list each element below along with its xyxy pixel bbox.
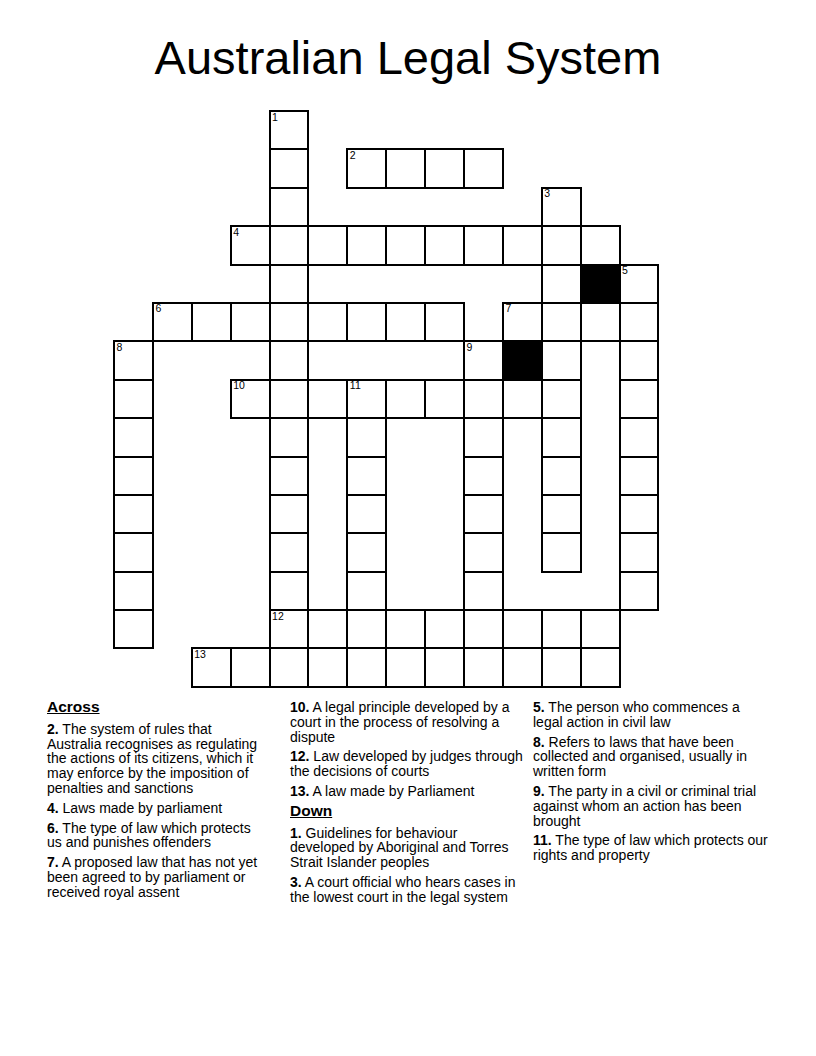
grid-cell[interactable] <box>503 380 542 418</box>
clue-item: 9. The party in a civil or criminal tria… <box>533 784 773 828</box>
grid-cell[interactable] <box>192 303 231 341</box>
grid-cell[interactable]: 7 <box>503 303 542 341</box>
grid-cell[interactable] <box>347 610 386 648</box>
clues-column-3: 5. The person who commences a legal acti… <box>533 700 773 868</box>
crossword-page: Australian Legal System 1234567891011121… <box>0 0 816 1056</box>
clue-item: 2. The system of rules that Australia re… <box>47 722 266 796</box>
clue-item: 4. Laws made by parliament <box>47 801 266 816</box>
grid-cell[interactable] <box>503 648 542 686</box>
grid-cell[interactable] <box>464 457 503 495</box>
grid-cell[interactable] <box>347 533 386 571</box>
grid-cell[interactable] <box>347 572 386 610</box>
grid-cell[interactable]: 8 <box>114 341 153 379</box>
grid-cell[interactable] <box>425 380 464 418</box>
clue-item: 12. Law developed by judges through the … <box>290 749 523 779</box>
blocked-cell <box>581 265 620 303</box>
grid-cell[interactable] <box>620 572 659 610</box>
grid-cell[interactable]: 2 <box>347 149 386 187</box>
grid-cell[interactable] <box>347 418 386 456</box>
grid-cell[interactable] <box>464 533 503 571</box>
clue-item-number: 5. <box>533 699 545 715</box>
grid-cell[interactable] <box>503 610 542 648</box>
grid-cell[interactable] <box>542 533 581 571</box>
grid-cell[interactable] <box>542 265 581 303</box>
grid-cell[interactable] <box>542 380 581 418</box>
grid-cell[interactable] <box>464 149 503 187</box>
clue-number: 5 <box>622 265 628 276</box>
grid-cell[interactable] <box>231 648 270 686</box>
grid-cell[interactable] <box>386 380 425 418</box>
grid-cell[interactable] <box>542 341 581 379</box>
grid-cell[interactable] <box>270 533 309 571</box>
grid-cell[interactable] <box>542 226 581 264</box>
clue-item-number: 2. <box>47 721 59 737</box>
clue-number: 12 <box>272 611 284 622</box>
clue-item-number: 12. <box>290 748 309 764</box>
grid-cell[interactable] <box>425 648 464 686</box>
grid-cell[interactable] <box>464 380 503 418</box>
grid-cell[interactable] <box>542 648 581 686</box>
grid-cell[interactable] <box>581 610 620 648</box>
grid-cell[interactable] <box>620 495 659 533</box>
clue-item-number: 11. <box>533 832 552 848</box>
grid-cell[interactable] <box>542 495 581 533</box>
grid-cell[interactable] <box>270 303 309 341</box>
grid-cell[interactable] <box>270 380 309 418</box>
grid-cell[interactable] <box>270 226 309 264</box>
clue-number: 11 <box>350 380 361 391</box>
grid-cell[interactable] <box>270 265 309 303</box>
clue-item-number: 1. <box>290 825 302 841</box>
clue-number: 3 <box>544 188 550 199</box>
grid-cell[interactable] <box>308 610 347 648</box>
clue-item-number: 10. <box>290 699 309 715</box>
grid-cell[interactable] <box>270 418 309 456</box>
clue-item-number: 8. <box>533 734 545 750</box>
clue-item: 10. A legal principle developed by a cou… <box>290 700 523 744</box>
grid-cell[interactable] <box>464 648 503 686</box>
clue-number: 2 <box>350 150 356 161</box>
grid-cell[interactable] <box>347 226 386 264</box>
clue-item: 13. A law made by Parliament <box>290 784 523 799</box>
grid-cell[interactable] <box>114 610 153 648</box>
grid-cell[interactable] <box>270 188 309 226</box>
grid-cell[interactable] <box>464 226 503 264</box>
grid-cell[interactable] <box>542 610 581 648</box>
grid-cell[interactable] <box>620 303 659 341</box>
grid-cell[interactable] <box>620 457 659 495</box>
clue-number: 7 <box>505 303 511 314</box>
grid-cell[interactable] <box>425 226 464 264</box>
grid-cell[interactable] <box>270 341 309 379</box>
grid-cell[interactable] <box>114 457 153 495</box>
grid-cell[interactable] <box>542 418 581 456</box>
clue-item-number: 3. <box>290 874 302 890</box>
crossword-grid: 12345678910111213 <box>114 111 658 687</box>
grid-cell[interactable] <box>114 495 153 533</box>
grid-cell[interactable] <box>114 533 153 571</box>
clue-item: 11. The type of law which protects our r… <box>533 833 773 863</box>
grid-cell[interactable] <box>347 457 386 495</box>
grid-cell[interactable] <box>425 303 464 341</box>
clue-item-number: 6. <box>47 820 59 836</box>
grid-cell[interactable] <box>308 648 347 686</box>
clues-column-2: 10. A legal principle developed by a cou… <box>290 700 523 910</box>
grid-cell[interactable] <box>347 648 386 686</box>
clue-item-number: 9. <box>533 783 545 799</box>
grid-cell[interactable] <box>386 149 425 187</box>
clue-item: 6. The type of law which protects us and… <box>47 821 266 851</box>
clues-heading-down: Down <box>290 804 523 819</box>
grid-cell[interactable] <box>270 572 309 610</box>
grid-cell[interactable] <box>308 303 347 341</box>
grid-cell[interactable]: 9 <box>464 341 503 379</box>
grid-cell[interactable] <box>581 648 620 686</box>
grid-cell[interactable]: 6 <box>153 303 192 341</box>
grid-cell[interactable]: 1 <box>270 111 309 149</box>
grid-cell[interactable]: 5 <box>620 265 659 303</box>
grid-cell[interactable] <box>308 380 347 418</box>
grid-cell[interactable] <box>270 457 309 495</box>
grid-cell[interactable] <box>114 380 153 418</box>
grid-cell[interactable] <box>464 495 503 533</box>
page-title: Australian Legal System <box>0 30 816 85</box>
clue-number: 9 <box>467 342 473 353</box>
grid-cell[interactable] <box>464 418 503 456</box>
grid-cell[interactable] <box>347 495 386 533</box>
clue-item-number: 4. <box>47 800 59 816</box>
clue-item-number: 13. <box>290 783 309 799</box>
grid-cell[interactable]: 12 <box>270 610 309 648</box>
grid-cell[interactable] <box>464 572 503 610</box>
grid-cell[interactable] <box>270 648 309 686</box>
grid-cell[interactable] <box>581 303 620 341</box>
grid-cell[interactable] <box>425 610 464 648</box>
clue-item: 3. A court official who hears cases in t… <box>290 875 523 905</box>
clue-item: 5. The person who commences a legal acti… <box>533 700 773 730</box>
grid-cell[interactable] <box>464 610 503 648</box>
clue-number: 13 <box>194 649 206 660</box>
grid-cell[interactable] <box>308 226 347 264</box>
grid-cell[interactable] <box>503 226 542 264</box>
grid-cell[interactable] <box>542 303 581 341</box>
blocked-cell <box>503 341 542 379</box>
grid-cell[interactable] <box>620 380 659 418</box>
grid-cell[interactable]: 3 <box>542 188 581 226</box>
grid-cell[interactable]: 13 <box>192 648 231 686</box>
grid-cell[interactable]: 4 <box>231 226 270 264</box>
clue-item: 8. Refers to laws that have been collect… <box>533 735 773 779</box>
clues-heading-across: Across <box>47 700 266 715</box>
grid-cell[interactable] <box>425 149 464 187</box>
grid-cell[interactable]: 11 <box>347 380 386 418</box>
clue-number: 10 <box>233 380 245 391</box>
grid-cell[interactable] <box>231 303 270 341</box>
clue-item-number: 7. <box>47 854 59 870</box>
grid-cell[interactable] <box>386 610 425 648</box>
grid-cell[interactable] <box>386 648 425 686</box>
clue-item: 1. Guidelines for behaviour developed by… <box>290 826 523 870</box>
grid-cell[interactable] <box>542 457 581 495</box>
clue-item: 7. A proposed law that has not yet been … <box>47 855 266 899</box>
grid-cell[interactable] <box>386 303 425 341</box>
clue-number: 1 <box>272 112 278 123</box>
grid-cell[interactable] <box>270 495 309 533</box>
clue-number: 4 <box>233 227 239 238</box>
grid-cell[interactable] <box>347 303 386 341</box>
grid-cell[interactable] <box>620 533 659 571</box>
grid-cell[interactable] <box>386 226 425 264</box>
grid-cell[interactable] <box>114 572 153 610</box>
grid-cell[interactable] <box>581 226 620 264</box>
clue-number: 8 <box>117 342 123 353</box>
grid-cell[interactable]: 10 <box>231 380 270 418</box>
clues-column-1: Across2. The system of rules that Austra… <box>47 700 266 905</box>
grid-cell[interactable] <box>270 149 309 187</box>
clue-number: 6 <box>155 303 161 314</box>
grid-cell[interactable] <box>114 418 153 456</box>
grid-cell[interactable] <box>620 418 659 456</box>
grid-cell[interactable] <box>620 341 659 379</box>
